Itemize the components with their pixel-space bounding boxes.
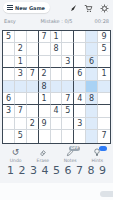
sudoku-cell-r9c6[interactable] [62,130,74,142]
sudoku-cell-r5c9[interactable] [98,81,110,93]
sudoku-cell-r2c7[interactable] [74,43,86,55]
sudoku-cell-r8c8[interactable] [86,118,98,130]
sudoku-cell-r4c1[interactable] [3,68,15,80]
sudoku-cell-r5c1[interactable] [3,81,15,93]
sudoku-cell-r8c4[interactable]: 9 [39,118,51,130]
numpad-7[interactable]: 7 [76,164,83,178]
sudoku-cell-r6c1[interactable]: 6 [3,93,15,105]
sudoku-cell-r8c7[interactable]: 3 [74,118,86,130]
sudoku-cell-r7c5[interactable]: 4 [51,105,63,117]
notes-label: Notes [58,158,82,163]
gear-icon[interactable] [100,4,109,13]
top-bar: New Game [0,2,113,14]
sudoku-cell-r6c9[interactable] [98,93,110,105]
sudoku-cell-r7c7[interactable] [74,105,86,117]
sudoku-cell-r6c4[interactable]: 1 [39,93,51,105]
sudoku-cell-r3c5[interactable] [51,56,63,68]
sudoku-cell-r8c2[interactable] [15,118,27,130]
sudoku-cell-r7c4[interactable] [39,105,51,117]
sudoku-cell-r9c2[interactable]: 5 [15,130,27,142]
sudoku-cell-r7c2[interactable]: 7 [15,105,27,117]
sudoku-cell-r7c9[interactable] [98,105,110,117]
sudoku-cell-r5c4[interactable]: 8 [39,81,51,93]
sudoku-grid-icon [7,5,13,11]
sudoku-cell-r9c9[interactable]: 7 [98,130,110,142]
sudoku-board: 571928513637261861748374529357 [2,30,111,144]
hints-label: Hints [85,158,109,163]
number-pad: 1 2 3 4 5 6 7 8 9 [7,164,106,178]
numpad-2[interactable]: 2 [19,164,26,178]
sudoku-cell-r1c3[interactable] [27,31,39,43]
sudoku-cell-r9c4[interactable] [39,130,51,142]
sudoku-cell-r8c1[interactable] [3,118,15,130]
sudoku-cell-r9c3[interactable] [27,130,39,142]
hints-button[interactable]: Hints [85,148,109,163]
sudoku-cell-r7c3[interactable] [27,105,39,117]
sudoku-cell-r2c2[interactable]: 2 [15,43,27,55]
sudoku-cell-r5c6[interactable] [62,81,74,93]
sudoku-cell-r8c3[interactable]: 2 [27,118,39,130]
numpad-6[interactable]: 6 [65,164,72,178]
numpad-1[interactable]: 1 [7,164,14,178]
sudoku-cell-r4c2[interactable]: 3 [15,68,27,80]
erase-button[interactable]: Erase [31,148,55,163]
undo-button[interactable]: ↺ Undo [4,148,28,163]
sudoku-cell-r6c3[interactable] [27,93,39,105]
sudoku-cell-r9c5[interactable] [51,130,63,142]
sudoku-cell-r6c5[interactable] [51,93,63,105]
bottom-right-widget [100,191,113,197]
sudoku-cell-r1c2[interactable] [15,31,27,43]
sudoku-cell-r4c8[interactable] [86,68,98,80]
sudoku-cell-r3c9[interactable] [98,56,110,68]
sudoku-cell-r1c4[interactable]: 7 [39,31,51,43]
sudoku-cell-r7c1[interactable]: 3 [3,105,15,117]
sudoku-cell-r1c5[interactable]: 1 [51,31,63,43]
sudoku-cell-r3c3[interactable] [27,56,39,68]
sudoku-cell-r4c4[interactable]: 2 [39,68,51,80]
notes-badge: OFF [69,146,80,151]
sudoku-cell-r5c3[interactable] [27,81,39,93]
sudoku-cell-r8c5[interactable] [51,118,63,130]
sudoku-cell-r2c5[interactable]: 8 [51,43,63,55]
sudoku-cell-r6c7[interactable]: 4 [74,93,86,105]
sudoku-cell-r6c6[interactable]: 7 [62,93,74,105]
tool-bar: ↺ Undo Erase OFF Notes Hints [2,148,111,163]
sudoku-cell-r8c9[interactable] [98,118,110,130]
sudoku-cell-r6c8[interactable]: 8 [86,93,98,105]
sudoku-cell-r1c8[interactable] [86,31,98,43]
numpad-8[interactable]: 8 [88,164,95,178]
sudoku-cell-r6c2[interactable] [15,93,27,105]
sudoku-cell-r4c6[interactable] [62,68,74,80]
sudoku-cell-r1c6[interactable] [62,31,74,43]
pen-icon[interactable] [69,4,77,12]
sudoku-cell-r9c1[interactable] [3,130,15,142]
erase-label: Erase [31,158,55,163]
sudoku-cell-r4c3[interactable]: 7 [27,68,39,80]
sudoku-cell-r7c8[interactable] [86,105,98,117]
numpad-5[interactable]: 5 [53,164,60,178]
sudoku-cell-r9c7[interactable] [74,130,86,142]
sudoku-cell-r2c9[interactable]: 5 [98,43,110,55]
sudoku-cell-r1c7[interactable] [74,31,86,43]
sudoku-cell-r2c4[interactable] [39,43,51,55]
cart-icon[interactable] [84,4,93,13]
timer: 00:28 [95,18,109,24]
numpad-3[interactable]: 3 [30,164,37,178]
undo-label: Undo [4,158,28,163]
bottom-strip [0,183,113,200]
sudoku-cell-r8c6[interactable] [62,118,74,130]
eraser-icon [31,148,55,157]
numpad-4[interactable]: 4 [42,164,49,178]
sudoku-cell-r3c1[interactable] [3,56,15,68]
hints-badge [99,146,107,151]
sudoku-cell-r9c8[interactable] [86,130,98,142]
sudoku-cell-r4c7[interactable]: 6 [74,68,86,80]
sudoku-cell-r4c5[interactable] [51,68,63,80]
notes-button[interactable]: OFF Notes [58,148,82,163]
new-game-button[interactable]: New Game [3,2,50,13]
sudoku-cell-r5c8[interactable] [86,81,98,93]
sudoku-cell-r7c6[interactable]: 5 [62,105,74,117]
status-bar: Easy Mistake : 0/5 00:28 [0,18,113,25]
sudoku-cell-r5c7[interactable] [74,81,86,93]
sudoku-cell-r1c1[interactable]: 5 [3,31,15,43]
sudoku-cell-r4c9[interactable]: 1 [98,68,110,80]
sudoku-cell-r3c8[interactable]: 6 [86,56,98,68]
sudoku-cell-r2c8[interactable] [86,43,98,55]
sudoku-cell-r3c6[interactable]: 3 [62,56,74,68]
sudoku-cell-r3c4[interactable] [39,56,51,68]
sudoku-cell-r2c1[interactable] [3,43,15,55]
numpad-9[interactable]: 9 [99,164,106,178]
sudoku-cell-r3c7[interactable] [74,56,86,68]
undo-icon: ↺ [4,148,28,157]
sudoku-cell-r2c3[interactable] [27,43,39,55]
sudoku-cell-r5c5[interactable] [51,81,63,93]
sudoku-cell-r1c9[interactable]: 9 [98,31,110,43]
sudoku-cell-r2c6[interactable] [62,43,74,55]
new-game-label: New Game [15,5,45,11]
sudoku-cell-r3c2[interactable]: 1 [15,56,27,68]
sudoku-cell-r5c2[interactable] [15,81,27,93]
